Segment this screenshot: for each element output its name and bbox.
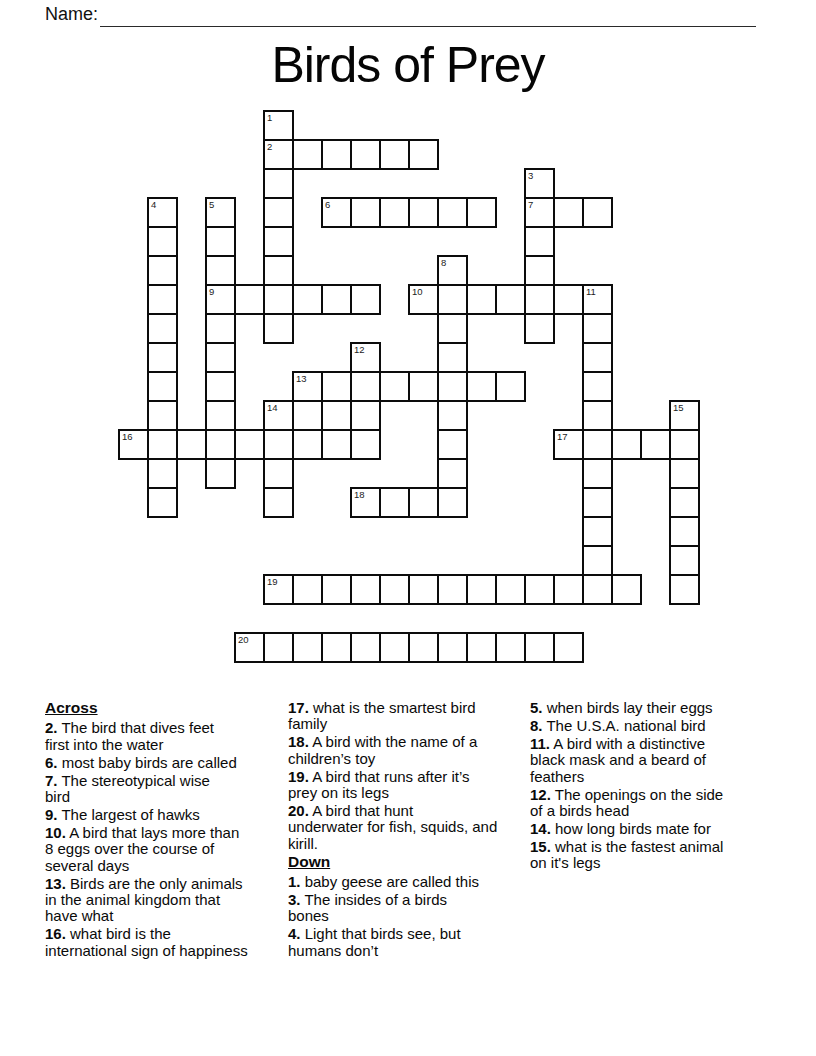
- clue-item-text: The stereotypical wise bird: [45, 772, 210, 805]
- grid-cell[interactable]: [321, 284, 352, 315]
- grid-cell[interactable]: [350, 197, 381, 228]
- clue-item: 13. Birds are the only animals in the an…: [45, 876, 288, 925]
- grid-cell[interactable]: [582, 574, 613, 605]
- clue-item-text: The openings on the side of a birds head: [530, 786, 723, 819]
- grid-cell[interactable]: [582, 197, 613, 228]
- grid-cell[interactable]: [321, 371, 352, 402]
- clue-column-2: 17. what is the smartest bird family18. …: [288, 700, 530, 961]
- clue-item-text: what is the smartest bird family: [288, 699, 476, 732]
- clue-item: 6. most baby birds are called: [45, 755, 288, 771]
- grid-cell[interactable]: 9: [205, 284, 236, 315]
- clue-number: 13: [296, 373, 307, 384]
- clue-item: 16. what bird is the international sign …: [45, 926, 288, 959]
- grid-cell[interactable]: [205, 313, 236, 344]
- grid-cell[interactable]: [524, 574, 555, 605]
- clue-item: 2. The bird that dives feet first into t…: [45, 720, 288, 753]
- clue-number: 17: [557, 431, 568, 442]
- clue-number: 8: [441, 257, 446, 268]
- clue-item: 10. A bird that lays more than 8 eggs ov…: [45, 825, 288, 874]
- clue-item-text: most baby birds are called: [58, 754, 237, 771]
- clue-number: 6: [325, 199, 330, 210]
- grid-cell[interactable]: [669, 516, 700, 547]
- clue-number: 10: [412, 286, 423, 297]
- grid-cell[interactable]: [437, 284, 468, 315]
- grid-cell[interactable]: [611, 429, 642, 460]
- grid-cell[interactable]: [408, 371, 439, 402]
- clue-number: 12: [354, 344, 365, 355]
- grid-cell[interactable]: [147, 342, 178, 373]
- grid-cell[interactable]: [263, 458, 294, 489]
- grid-cell[interactable]: [408, 139, 439, 170]
- clue-item: 1. baby geese are called this: [288, 874, 530, 890]
- grid-cell[interactable]: [611, 574, 642, 605]
- grid-cell[interactable]: [263, 313, 294, 344]
- clue-item-text: The insides of a birds bones: [288, 891, 447, 924]
- name-label: Name:: [45, 4, 98, 24]
- grid-cell[interactable]: [582, 342, 613, 373]
- clue-number: 2: [267, 141, 272, 152]
- grid-cell[interactable]: [379, 197, 410, 228]
- grid-cell[interactable]: [263, 168, 294, 199]
- name-row: Name:: [45, 4, 771, 28]
- grid-cell[interactable]: [582, 429, 613, 460]
- grid-cell[interactable]: [582, 487, 613, 518]
- grid-cell[interactable]: 2: [263, 139, 294, 170]
- clue-item-text: A bird that lays more than 8 eggs over t…: [45, 824, 239, 874]
- grid-cell[interactable]: [147, 429, 178, 460]
- grid-cell[interactable]: 11: [582, 284, 613, 315]
- grid-cell[interactable]: [495, 574, 526, 605]
- grid-cell[interactable]: [379, 632, 410, 663]
- clue-item-number: 15.: [530, 838, 551, 855]
- clue-item-number: 9.: [45, 806, 58, 823]
- grid-cell[interactable]: [176, 429, 207, 460]
- grid-cell[interactable]: [147, 487, 178, 518]
- down-header: Down: [288, 854, 530, 870]
- grid-cell[interactable]: [437, 458, 468, 489]
- clue-column-3: 5. when birds lay their eggs8. The U.S.A…: [530, 700, 770, 873]
- grid-cell[interactable]: [205, 255, 236, 286]
- grid-cell[interactable]: [437, 400, 468, 431]
- clue-item: 9. The largest of hawks: [45, 807, 288, 823]
- grid-cell[interactable]: [466, 371, 497, 402]
- grid-cell[interactable]: [147, 255, 178, 286]
- clue-item: 4. Light that birds see, but humans don’…: [288, 926, 530, 959]
- grid-cell[interactable]: [147, 400, 178, 431]
- clue-item-text: The bird that dives feet first into the …: [45, 719, 214, 752]
- clue-item: 11. A bird with a distinctive black mask…: [530, 736, 770, 785]
- crossword-grid: 1234567891011121314151617181920: [118, 110, 700, 663]
- across-header: Across: [45, 700, 288, 716]
- clue-item: 18. A bird with the name of a children’s…: [288, 734, 530, 767]
- clue-item: 3. The insides of a birds bones: [288, 892, 530, 925]
- grid-cell[interactable]: [350, 632, 381, 663]
- grid-cell[interactable]: [582, 545, 613, 576]
- grid-cell[interactable]: [350, 139, 381, 170]
- clue-item-number: 7.: [45, 772, 58, 789]
- grid-cell[interactable]: 15: [669, 400, 700, 431]
- grid-cell[interactable]: [524, 226, 555, 257]
- grid-cell[interactable]: [408, 197, 439, 228]
- grid-cell[interactable]: [495, 371, 526, 402]
- clue-item-number: 19.: [288, 768, 309, 785]
- grid-cell[interactable]: [524, 313, 555, 344]
- grid-cell[interactable]: [292, 429, 323, 460]
- grid-cell[interactable]: [292, 400, 323, 431]
- page-title: Birds of Prey: [0, 36, 816, 94]
- grid-cell[interactable]: [205, 226, 236, 257]
- grid-cell[interactable]: [553, 284, 584, 315]
- grid-cell[interactable]: [466, 632, 497, 663]
- clue-number: 20: [238, 634, 249, 645]
- clue-item-number: 6.: [45, 754, 58, 771]
- clue-item: 5. when birds lay their eggs: [530, 700, 770, 716]
- clue-item: 8. The U.S.A. national bird: [530, 718, 770, 734]
- grid-cell[interactable]: [321, 574, 352, 605]
- grid-cell[interactable]: [292, 574, 323, 605]
- clue-item-number: 11.: [530, 735, 550, 752]
- grid-cell[interactable]: [263, 226, 294, 257]
- grid-cell[interactable]: 17: [553, 429, 584, 460]
- grid-cell[interactable]: [437, 197, 468, 228]
- clue-item-text: baby geese are called this: [301, 873, 479, 890]
- grid-cell[interactable]: [321, 429, 352, 460]
- grid-cell[interactable]: [495, 632, 526, 663]
- grid-cell[interactable]: [263, 487, 294, 518]
- clue-column-1: Across2. The bird that dives feet first …: [45, 700, 288, 961]
- grid-cell[interactable]: [263, 255, 294, 286]
- grid-cell[interactable]: [582, 458, 613, 489]
- clue-number: 16: [122, 431, 133, 442]
- grid-cell[interactable]: 19: [263, 574, 294, 605]
- grid-cell[interactable]: [350, 429, 381, 460]
- clue-item-text: when birds lay their eggs: [543, 699, 713, 716]
- clue-item-number: 5.: [530, 699, 543, 716]
- grid-cell[interactable]: [437, 342, 468, 373]
- clue-item: 15. what is the fastest animal on it's l…: [530, 839, 770, 872]
- clue-number: 11: [586, 286, 596, 297]
- grid-cell[interactable]: [466, 284, 497, 315]
- grid-cell[interactable]: [263, 632, 294, 663]
- clue-item-text: A bird that hunt underwater for fish, sq…: [288, 802, 497, 852]
- grid-cell[interactable]: [524, 284, 555, 315]
- clue-item-number: 1.: [288, 873, 301, 890]
- grid-cell[interactable]: 14: [263, 400, 294, 431]
- grid-cell[interactable]: [582, 313, 613, 344]
- clue-item-text: A bird with a distinctive black mask and…: [530, 735, 706, 785]
- grid-cell[interactable]: 4: [147, 197, 178, 228]
- clue-item-text: The U.S.A. national bird: [543, 717, 706, 734]
- name-input-line[interactable]: [100, 26, 756, 27]
- clue-item: 7. The stereotypical wise bird: [45, 773, 288, 806]
- clue-number: 19: [267, 576, 278, 587]
- grid-cell[interactable]: [437, 632, 468, 663]
- grid-cell[interactable]: [669, 574, 700, 605]
- clue-item-number: 14.: [530, 820, 551, 837]
- clue-number: 9: [209, 286, 214, 297]
- grid-cell[interactable]: [234, 429, 265, 460]
- grid-cell[interactable]: [205, 429, 236, 460]
- grid-cell[interactable]: [437, 313, 468, 344]
- grid-cell[interactable]: [582, 400, 613, 431]
- grid-cell[interactable]: 1: [263, 110, 294, 141]
- clue-item: 14. how long birds mate for: [530, 821, 770, 837]
- clue-item-number: 16.: [45, 925, 66, 942]
- grid-cell[interactable]: [234, 284, 265, 315]
- clue-item-number: 2.: [45, 719, 58, 736]
- grid-cell[interactable]: 20: [234, 632, 265, 663]
- grid-cell[interactable]: [437, 371, 468, 402]
- grid-cell[interactable]: [669, 487, 700, 518]
- grid-cell[interactable]: [147, 226, 178, 257]
- clue-item: 19. A bird that runs after it’s prey on …: [288, 769, 530, 802]
- grid-cell[interactable]: [553, 197, 584, 228]
- grid-cell[interactable]: [292, 284, 323, 315]
- grid-cell[interactable]: [553, 574, 584, 605]
- grid-cell[interactable]: [321, 139, 352, 170]
- grid-cell[interactable]: 13: [292, 371, 323, 402]
- clue-number: 3: [528, 170, 533, 181]
- grid-cell[interactable]: 10: [408, 284, 439, 315]
- grid-cell[interactable]: [350, 400, 381, 431]
- grid-cell[interactable]: [147, 313, 178, 344]
- grid-cell[interactable]: [321, 400, 352, 431]
- grid-cell[interactable]: [669, 545, 700, 576]
- clue-item-text: The largest of hawks: [58, 806, 200, 823]
- grid-cell[interactable]: [147, 371, 178, 402]
- grid-cell[interactable]: [553, 632, 584, 663]
- grid-cell[interactable]: [582, 516, 613, 547]
- grid-cell[interactable]: 8: [437, 255, 468, 286]
- grid-cell[interactable]: [205, 458, 236, 489]
- grid-cell[interactable]: [437, 574, 468, 605]
- grid-cell[interactable]: 5: [205, 197, 236, 228]
- grid-cell[interactable]: [205, 400, 236, 431]
- grid-cell[interactable]: [321, 632, 352, 663]
- clue-item-number: 10.: [45, 824, 66, 841]
- grid-cell[interactable]: [379, 487, 410, 518]
- grid-cell[interactable]: [263, 429, 294, 460]
- worksheet-page: Name: Birds of Prey 12345678910111213141…: [0, 0, 816, 1056]
- grid-cell[interactable]: 12: [350, 342, 381, 373]
- clue-item-text: A bird with the name of a children’s toy: [288, 733, 477, 766]
- grid-cell[interactable]: [582, 371, 613, 402]
- clue-number: 15: [673, 402, 684, 413]
- clue-item-number: 8.: [530, 717, 543, 734]
- grid-cell[interactable]: 18: [350, 487, 381, 518]
- grid-cell[interactable]: [437, 429, 468, 460]
- grid-cell[interactable]: [379, 371, 410, 402]
- clue-number: 18: [354, 489, 365, 500]
- clue-item-number: 4.: [288, 925, 301, 942]
- clue-item: 12. The openings on the side of a birds …: [530, 787, 770, 820]
- grid-cell[interactable]: [669, 458, 700, 489]
- grid-cell[interactable]: [669, 429, 700, 460]
- clue-item-text: Birds are the only animals in the animal…: [45, 875, 243, 925]
- grid-cell[interactable]: 7: [524, 197, 555, 228]
- grid-cell[interactable]: [350, 574, 381, 605]
- grid-cell[interactable]: [524, 255, 555, 286]
- grid-cell[interactable]: [350, 371, 381, 402]
- clue-item-text: what bird is the international sign of h…: [45, 925, 248, 958]
- grid-cell[interactable]: 6: [321, 197, 352, 228]
- clue-item-number: 12.: [530, 786, 551, 803]
- grid-cell[interactable]: [466, 574, 497, 605]
- grid-cell[interactable]: [263, 284, 294, 315]
- grid-cell[interactable]: [466, 197, 497, 228]
- grid-cell[interactable]: [408, 574, 439, 605]
- grid-cell[interactable]: [408, 632, 439, 663]
- clue-number: 5: [209, 199, 214, 210]
- clue-item-number: 17.: [288, 699, 309, 716]
- grid-cell[interactable]: [350, 284, 381, 315]
- grid-cell[interactable]: [495, 284, 526, 315]
- grid-cell[interactable]: [640, 429, 671, 460]
- grid-cell[interactable]: [292, 139, 323, 170]
- grid-cell[interactable]: [292, 632, 323, 663]
- clue-number: 1: [267, 112, 272, 123]
- clue-item: 20. A bird that hunt underwater for fish…: [288, 803, 530, 852]
- grid-cell[interactable]: 3: [524, 168, 555, 199]
- grid-cell[interactable]: [205, 342, 236, 373]
- clue-number: 14: [267, 402, 278, 413]
- clue-item-text: what is the fastest animal on it's legs: [530, 838, 723, 871]
- clue-item-text: Light that birds see, but humans don’t: [288, 925, 461, 958]
- grid-cell[interactable]: [524, 632, 555, 663]
- clue-item: 17. what is the smartest bird family: [288, 700, 530, 733]
- grid-cell[interactable]: [205, 371, 236, 402]
- clue-item-number: 3.: [288, 891, 301, 908]
- clue-item-number: 20.: [288, 802, 309, 819]
- grid-cell[interactable]: [437, 487, 468, 518]
- grid-cell[interactable]: [147, 458, 178, 489]
- clue-item-text: how long birds mate for: [551, 820, 711, 837]
- clue-number: 7: [528, 199, 533, 210]
- clue-number: 4: [151, 199, 156, 210]
- grid-cell[interactable]: 16: [118, 429, 149, 460]
- clue-item-number: 18.: [288, 733, 309, 750]
- clue-item-number: 13.: [45, 875, 66, 892]
- clue-item-text: A bird that runs after it’s prey on its …: [288, 768, 470, 801]
- grid-cell[interactable]: [408, 487, 439, 518]
- grid-cell[interactable]: [263, 197, 294, 228]
- grid-cell[interactable]: [147, 284, 178, 315]
- grid-cell[interactable]: [379, 139, 410, 170]
- grid-cell[interactable]: [379, 574, 410, 605]
